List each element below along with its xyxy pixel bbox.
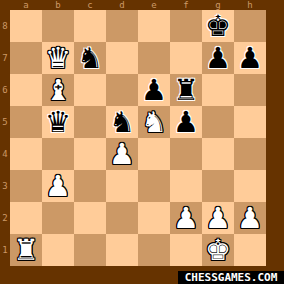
square-a6[interactable] [10,74,42,106]
rank-label-4: 4 [0,138,10,170]
square-h2[interactable]: ♟ [234,202,266,234]
square-b3[interactable]: ♟ [42,170,74,202]
square-b8[interactable] [42,10,74,42]
square-g2[interactable]: ♟ [202,202,234,234]
rank-label-7: 7 [0,42,10,74]
chess-board-diagram: abcdefgh 87654321 ♚♛♞♟♟♝♟♜♛♞♞♟♟♟♟♟♟♜♚ CH… [0,0,284,284]
square-d8[interactable] [106,10,138,42]
square-e3[interactable] [138,170,170,202]
square-c2[interactable] [74,202,106,234]
file-label-a: a [10,0,42,10]
square-c7[interactable]: ♞ [74,42,106,74]
square-a3[interactable] [10,170,42,202]
rank-label-1: 1 [0,234,10,266]
square-b1[interactable] [42,234,74,266]
square-c1[interactable] [74,234,106,266]
file-label-b: b [42,0,74,10]
black-king-icon: ♚ [205,10,231,42]
white-pawn-icon: ♟ [237,202,263,234]
square-e2[interactable] [138,202,170,234]
square-h1[interactable] [234,234,266,266]
square-g7[interactable]: ♟ [202,42,234,74]
white-pawn-icon: ♟ [45,170,71,202]
file-label-d: d [106,0,138,10]
rank-label-6: 6 [0,74,10,106]
square-f7[interactable] [170,42,202,74]
white-bishop-icon: ♝ [45,74,71,106]
file-label-h: h [234,0,266,10]
file-label-e: e [138,0,170,10]
square-h6[interactable] [234,74,266,106]
square-b5[interactable]: ♛ [42,106,74,138]
square-d5[interactable]: ♞ [106,106,138,138]
square-a7[interactable] [10,42,42,74]
black-pawn-icon: ♟ [237,42,263,74]
rank-label-2: 2 [0,202,10,234]
white-pawn-icon: ♟ [173,202,199,234]
square-h4[interactable] [234,138,266,170]
white-pawn-icon: ♟ [109,138,135,170]
black-knight-icon: ♞ [109,106,135,138]
square-a2[interactable] [10,202,42,234]
rank-label-3: 3 [0,170,10,202]
white-rook-icon: ♜ [13,234,39,266]
square-d6[interactable] [106,74,138,106]
square-h7[interactable]: ♟ [234,42,266,74]
square-g6[interactable] [202,74,234,106]
square-a5[interactable] [10,106,42,138]
chessgames-watermark[interactable]: CHESSGAMES.COM [178,271,284,284]
rank-label-5: 5 [0,106,10,138]
black-queen-icon: ♛ [45,106,71,138]
square-e6[interactable]: ♟ [138,74,170,106]
square-b7[interactable]: ♛ [42,42,74,74]
square-g8[interactable]: ♚ [202,10,234,42]
file-label-c: c [74,0,106,10]
square-f2[interactable]: ♟ [170,202,202,234]
square-e5[interactable]: ♞ [138,106,170,138]
square-a8[interactable] [10,10,42,42]
white-pawn-icon: ♟ [205,202,231,234]
square-c6[interactable] [74,74,106,106]
white-king-icon: ♚ [205,234,231,266]
square-e1[interactable] [138,234,170,266]
square-e4[interactable] [138,138,170,170]
square-d7[interactable] [106,42,138,74]
square-g3[interactable] [202,170,234,202]
white-knight-icon: ♞ [141,106,167,138]
black-rook-icon: ♜ [173,74,199,106]
square-d2[interactable] [106,202,138,234]
black-pawn-icon: ♟ [141,74,167,106]
square-h3[interactable] [234,170,266,202]
square-f3[interactable] [170,170,202,202]
square-b6[interactable]: ♝ [42,74,74,106]
square-d4[interactable]: ♟ [106,138,138,170]
square-c8[interactable] [74,10,106,42]
rank-labels: 87654321 [0,10,10,266]
square-c4[interactable] [74,138,106,170]
square-h8[interactable] [234,10,266,42]
rank-label-8: 8 [0,10,10,42]
square-f5[interactable]: ♟ [170,106,202,138]
square-b4[interactable] [42,138,74,170]
square-a1[interactable]: ♜ [10,234,42,266]
file-label-f: f [170,0,202,10]
square-b2[interactable] [42,202,74,234]
black-pawn-icon: ♟ [173,106,199,138]
square-c5[interactable] [74,106,106,138]
square-f6[interactable]: ♜ [170,74,202,106]
square-d3[interactable] [106,170,138,202]
square-e8[interactable] [138,10,170,42]
square-e7[interactable] [138,42,170,74]
square-c3[interactable] [74,170,106,202]
black-knight-icon: ♞ [77,42,103,74]
square-d1[interactable] [106,234,138,266]
black-pawn-icon: ♟ [205,42,231,74]
square-h5[interactable] [234,106,266,138]
square-f8[interactable] [170,10,202,42]
square-g1[interactable]: ♚ [202,234,234,266]
square-f1[interactable] [170,234,202,266]
square-g4[interactable] [202,138,234,170]
square-a4[interactable] [10,138,42,170]
square-f4[interactable] [170,138,202,170]
white-queen-icon: ♛ [45,42,71,74]
square-g5[interactable] [202,106,234,138]
chess-board: ♚♛♞♟♟♝♟♜♛♞♞♟♟♟♟♟♟♜♚ [10,10,266,266]
